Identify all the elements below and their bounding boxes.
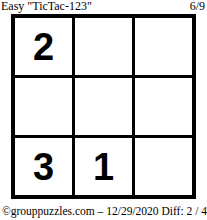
cell-r0c2[interactable] xyxy=(135,18,192,75)
header: Easy "TicTac-123" 6/9 xyxy=(1,0,205,14)
cell-r1c2[interactable] xyxy=(135,78,192,135)
cell-r0c1[interactable] xyxy=(75,18,132,75)
footer-credit: ©grouppuzzles.com – 12/29/2020 Diff: 2 /… xyxy=(2,204,205,219)
cell-r0c0[interactable]: 2 xyxy=(15,18,72,75)
cell-r1c0[interactable] xyxy=(15,78,72,135)
puzzle-board: 2 3 1 xyxy=(11,14,196,199)
cell-r1c1[interactable] xyxy=(75,78,132,135)
cell-r2c0[interactable]: 3 xyxy=(15,138,72,195)
page-title: Easy "TicTac-123" xyxy=(1,0,92,13)
cell-r2c2[interactable] xyxy=(135,138,192,195)
page-number: 6/9 xyxy=(190,0,205,13)
cell-r2c1[interactable]: 1 xyxy=(75,138,132,195)
